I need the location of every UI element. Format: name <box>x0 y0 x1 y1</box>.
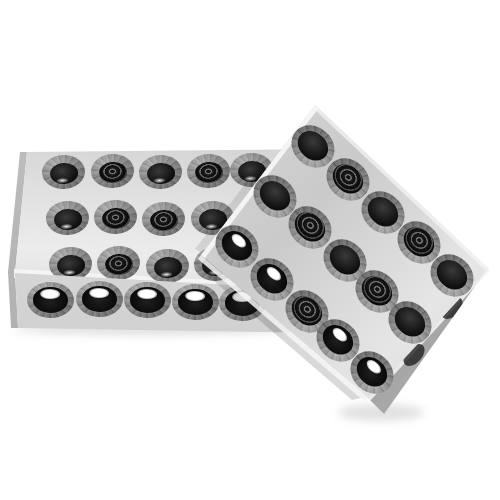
hole-bore <box>149 209 178 232</box>
hole-threaded <box>141 201 186 237</box>
hole-bore <box>194 161 223 184</box>
hole-bore <box>431 254 473 295</box>
hole-bore <box>32 287 67 313</box>
hole-reflection <box>137 289 157 299</box>
hole-bore <box>49 162 78 185</box>
hole-bore <box>289 206 331 247</box>
hole-through <box>123 282 171 319</box>
hole-bore <box>389 301 431 342</box>
hole-through <box>171 284 219 321</box>
hole-glint <box>153 177 164 183</box>
hole-reflection <box>40 289 60 299</box>
hole-countersunk <box>41 154 86 190</box>
hole-threaded <box>186 153 231 189</box>
hole-glint <box>56 177 67 183</box>
hole-bore <box>81 286 116 312</box>
hole-bore <box>129 287 164 313</box>
hole-countersunk <box>138 154 183 190</box>
hole-bore <box>254 175 296 216</box>
hole-threaded <box>93 199 138 235</box>
hole-bore <box>98 161 127 184</box>
hole-bore <box>362 191 404 232</box>
hole-bore <box>251 258 293 299</box>
hole-bore <box>146 162 175 185</box>
hole-bore <box>101 207 130 230</box>
hole-countersunk <box>45 200 90 236</box>
hole-bore <box>317 319 359 360</box>
hole-reflection <box>330 325 349 344</box>
hole-through <box>75 281 123 318</box>
hole-bore <box>56 254 85 277</box>
hole-threaded <box>96 245 141 281</box>
hole-reflection <box>364 357 383 376</box>
hole-reflection <box>89 288 109 298</box>
hole-bore <box>398 221 440 262</box>
hole-bore <box>104 253 133 276</box>
hole-bore <box>292 125 334 166</box>
hole-bore <box>53 208 82 231</box>
hole-reflection <box>185 291 205 301</box>
hole-glint <box>60 223 71 229</box>
hole-bore <box>216 225 258 266</box>
hole-countersunk <box>145 248 190 284</box>
hole-through <box>26 282 74 319</box>
hole-glint <box>63 269 74 275</box>
hole-bore <box>324 239 366 280</box>
hole-bore <box>356 270 398 311</box>
hole-reflection <box>264 264 283 283</box>
hole-bore <box>327 158 369 199</box>
hole-glint <box>160 271 171 277</box>
hole-bore <box>177 289 212 315</box>
product-photo: Overhead product photo on a white backgr… <box>0 0 500 500</box>
hole-threaded <box>90 153 135 189</box>
hole-reflection <box>229 231 248 250</box>
hole-bore <box>153 256 182 279</box>
